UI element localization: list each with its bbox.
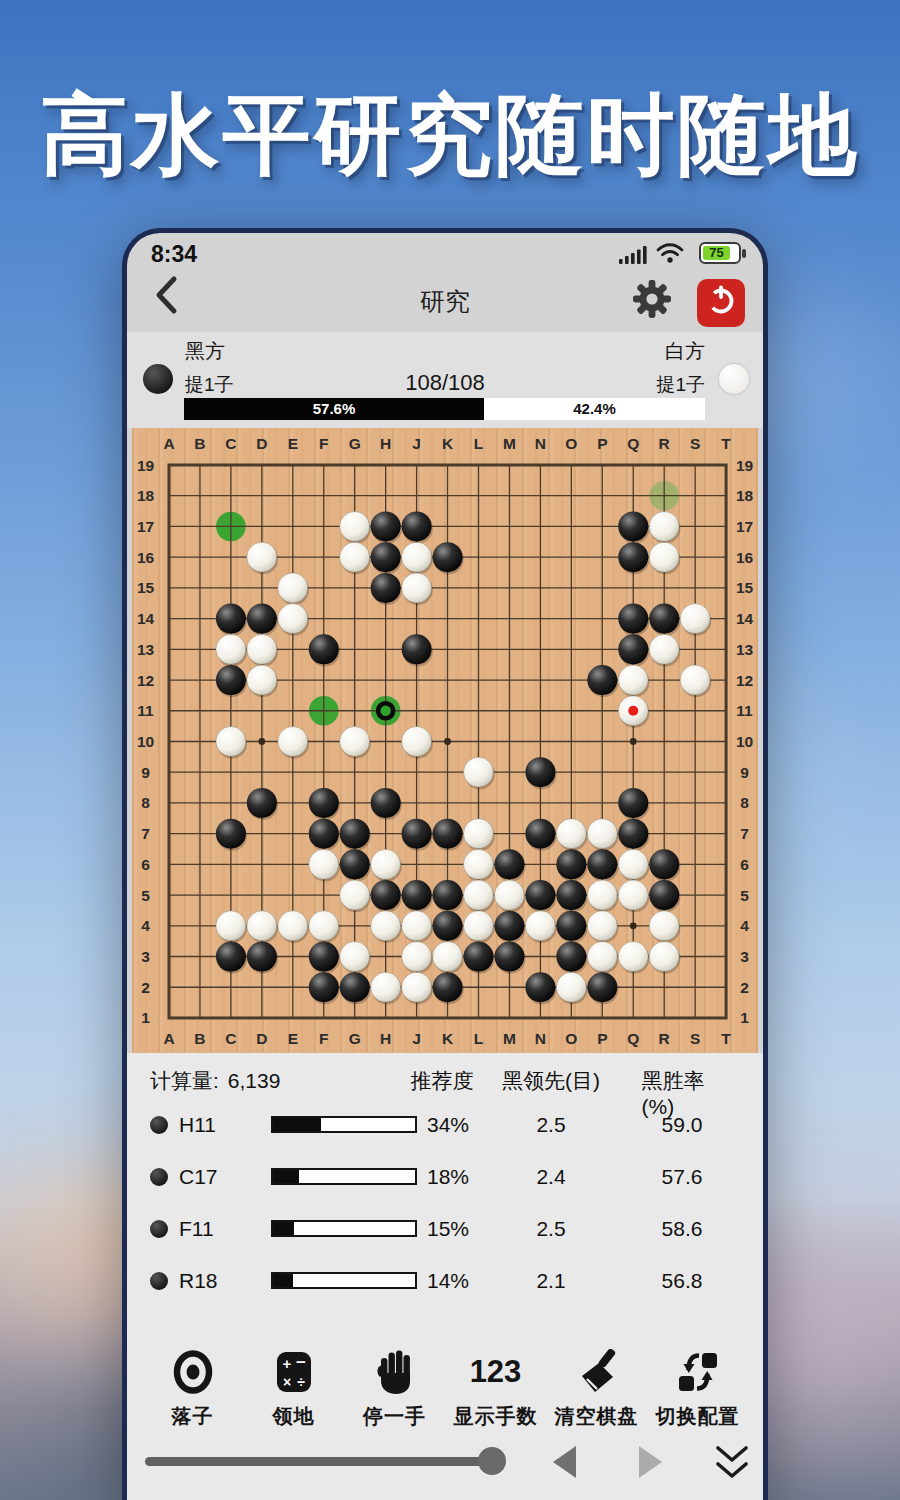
visits-value: 6,139	[228, 1069, 281, 1092]
toolbar-item-2[interactable]: +−×÷领地	[243, 1345, 344, 1430]
coord-label: F	[319, 1030, 328, 1047]
coord-label: 17	[736, 518, 753, 535]
toolbar-item-3[interactable]: 停一手	[344, 1345, 445, 1430]
white-stone-S12	[680, 665, 710, 695]
analysis-black-lead: 2.5	[536, 1113, 565, 1137]
white-stone-G5	[340, 880, 370, 910]
coord-label: 8	[740, 794, 749, 811]
black-stone-R14	[649, 604, 679, 634]
analysis-row-C17[interactable]: C1718%2.457.6	[127, 1155, 763, 1199]
white-stone-E4	[278, 911, 308, 941]
black-stone-D14	[247, 604, 277, 634]
white-stone-J4	[402, 911, 432, 941]
switch-config-icon	[647, 1345, 748, 1399]
black-stone-icon	[150, 1116, 168, 1134]
black-stone-icon	[150, 1272, 168, 1290]
go-board[interactable]: AA1919BB1818CC1717DD1616EE1515FF1414GG13…	[132, 428, 758, 1053]
analysis-move-label: C17	[179, 1165, 218, 1189]
black-stone-K7	[433, 819, 463, 849]
white-stone-Q3	[618, 942, 648, 972]
toolbar-item-4[interactable]: 123显示手数	[445, 1345, 546, 1430]
coord-label: 17	[137, 518, 154, 535]
slider-thumb[interactable]	[478, 1447, 506, 1475]
coord-label: 12	[736, 672, 753, 689]
coord-label: 7	[141, 825, 150, 842]
next-move-button[interactable]	[630, 1442, 670, 1486]
black-stone-R5	[649, 880, 679, 910]
star-point-Q10	[630, 738, 637, 745]
coord-label: O	[565, 1030, 577, 1047]
white-stone-H4	[371, 911, 401, 941]
white-stone-C10	[216, 726, 246, 756]
white-stone-K3	[433, 942, 463, 972]
coord-label: 14	[736, 610, 754, 627]
black-stone-Q17	[618, 511, 648, 541]
power-exit-button[interactable]	[697, 279, 745, 327]
white-stone-S14	[680, 604, 710, 634]
coord-label: N	[535, 1030, 546, 1047]
double-down-chevron-button[interactable]	[710, 1445, 754, 1487]
white-stone-D12	[247, 665, 277, 695]
coord-label: 5	[740, 887, 749, 904]
recommendation-bar	[271, 1116, 417, 1133]
coord-label: C	[225, 435, 236, 452]
black-stone-H8	[371, 788, 401, 818]
black-stone-K4	[433, 911, 463, 941]
move-slider[interactable]	[145, 1457, 505, 1466]
star-point-Q4	[630, 922, 637, 929]
black-stone-C3	[216, 942, 246, 972]
go-board-svg: AA1919BB1818CC1717DD1616EE1515FF1414GG13…	[132, 428, 758, 1053]
black-stone-F7	[309, 819, 339, 849]
white-stone-Q5	[618, 880, 648, 910]
black-stone-J17	[402, 511, 432, 541]
toolbar-item-5[interactable]: 清空棋盘	[546, 1345, 647, 1430]
toolbar-item-6[interactable]: 切换配置	[647, 1345, 748, 1430]
coord-label: 3	[740, 948, 749, 965]
black-stone-D3	[247, 942, 277, 972]
coord-label: 5	[141, 887, 150, 904]
coord-label: 18	[137, 487, 155, 504]
coord-label: G	[349, 1030, 361, 1047]
phone-frame: 8:34 75 研究 黑方 白方 提1子 提1子 108/108 57.6% 4…	[122, 228, 768, 1500]
coord-label: 12	[137, 672, 154, 689]
black-stone-N2	[525, 972, 555, 1002]
coord-label: H	[380, 435, 391, 452]
coord-label: O	[565, 435, 577, 452]
analysis-percent: 18%	[427, 1165, 469, 1189]
hero-title: 高水平研究随时随地	[0, 76, 900, 195]
white-stone-G16	[340, 542, 370, 572]
white-stone-Q6	[618, 849, 648, 879]
white-stone-D16	[247, 542, 277, 572]
page-title: 研究	[420, 285, 470, 318]
coord-label: 7	[740, 825, 749, 842]
white-stone-R3	[649, 942, 679, 972]
black-stone-F13	[309, 634, 339, 664]
white-captures: 提1子	[656, 372, 705, 398]
analysis-percent: 15%	[427, 1217, 469, 1241]
analysis-row-R18[interactable]: R1814%2.156.8	[127, 1259, 763, 1303]
black-stone-J13	[402, 634, 432, 664]
black-stone-icon	[150, 1168, 168, 1186]
signal-icon	[619, 245, 649, 269]
coord-label: 13	[736, 641, 754, 658]
analysis-panel: 计算量:6,139 推荐度 黑领先(目) 黑胜率(%) H1134%2.559.…	[127, 1053, 763, 1500]
white-stone-Q12	[618, 665, 648, 695]
black-stone-G6	[340, 849, 370, 879]
coord-label: Q	[627, 1030, 639, 1047]
coord-label: 4	[740, 917, 749, 934]
coord-label: D	[256, 1030, 267, 1047]
coord-label: T	[721, 1030, 731, 1047]
coord-label: B	[194, 1030, 205, 1047]
black-stone-O4	[556, 911, 586, 941]
analysis-black-winrate: 56.8	[662, 1269, 703, 1293]
coord-label: 16	[137, 549, 155, 566]
analysis-percent: 34%	[427, 1113, 469, 1137]
white-stone-E10	[278, 726, 308, 756]
recommendation-bar	[271, 1272, 417, 1289]
black-stone-Q8	[618, 788, 648, 818]
territory-calculator-icon: +−×÷	[243, 1345, 344, 1399]
wifi-icon	[655, 242, 685, 270]
black-stone-F2	[309, 972, 339, 1002]
coord-label: S	[690, 1030, 700, 1047]
coord-label: H	[380, 1030, 391, 1047]
white-stone-L6	[464, 849, 494, 879]
column-header-black-lead: 黑领先(目)	[502, 1067, 600, 1095]
star-point-K10	[444, 738, 451, 745]
white-stone-P5	[587, 880, 617, 910]
black-stone-K2	[433, 972, 463, 1002]
white-stone-E15	[278, 573, 308, 603]
white-stone-O2	[556, 972, 586, 1002]
white-stone-J10	[402, 726, 432, 756]
status-time: 8:34	[151, 241, 197, 268]
black-stone-C7	[216, 819, 246, 849]
white-stone-avatar	[719, 364, 749, 394]
analysis-row-F11[interactable]: F1115%2.558.6	[127, 1207, 763, 1251]
white-stone-R13	[649, 634, 679, 664]
coord-label: 11	[137, 702, 154, 719]
coord-label: 9	[740, 764, 749, 781]
last-move-dot-Q11	[628, 706, 638, 716]
coord-label: 1	[740, 1009, 749, 1026]
coord-label: 6	[740, 856, 749, 873]
black-stone-K5	[433, 880, 463, 910]
coord-label: 3	[141, 948, 150, 965]
white-stone-J2	[402, 972, 432, 1002]
svg-text:+: +	[282, 1355, 291, 1372]
coord-label: K	[442, 435, 454, 452]
visits-counter: 计算量:6,139	[150, 1067, 280, 1095]
coord-label: R	[659, 435, 670, 452]
coord-label: G	[349, 435, 361, 452]
coord-label: 16	[736, 549, 754, 566]
toolbar-label: 落子	[142, 1403, 243, 1430]
stone-target-icon	[142, 1345, 243, 1399]
move-counter: 108/108	[405, 370, 485, 396]
black-stone-M6	[494, 849, 524, 879]
coord-label: L	[474, 435, 483, 452]
black-stone-C14	[216, 604, 246, 634]
white-stone-P7	[587, 819, 617, 849]
coord-label: B	[194, 435, 205, 452]
white-stone-F6	[309, 849, 339, 879]
coord-label: P	[597, 1030, 607, 1047]
white-player-label: 白方	[665, 338, 705, 365]
white-stone-P4	[587, 911, 617, 941]
player-panel: 黑方 白方 提1子 提1子 108/108 57.6% 42.4%	[127, 332, 763, 428]
coord-label: 4	[141, 917, 150, 934]
black-stone-avatar	[143, 364, 173, 394]
toolbar-label: 停一手	[344, 1403, 445, 1430]
clear-board-broom-icon	[546, 1345, 647, 1399]
toolbar-label: 显示手数	[445, 1403, 546, 1430]
black-stone-P2	[587, 972, 617, 1002]
column-header-recommendation: 推荐度	[411, 1067, 474, 1095]
white-stone-G10	[340, 726, 370, 756]
black-stone-R6	[649, 849, 679, 879]
white-stone-E14	[278, 604, 308, 634]
winrate-bar: 57.6% 42.4%	[184, 398, 705, 420]
analysis-move-label: H11	[179, 1113, 216, 1137]
black-stone-Q13	[618, 634, 648, 664]
coord-label: Q	[627, 435, 639, 452]
black-stone-N9	[525, 757, 555, 787]
coord-label: 19	[137, 457, 155, 474]
promo-screenshot: { "hero": { "title": "高水平研究随时随地" }, "sta…	[0, 0, 900, 1500]
coord-label: 18	[736, 487, 754, 504]
black-stone-icon	[150, 1220, 168, 1238]
black-stone-G7	[340, 819, 370, 849]
black-stone-P12	[587, 665, 617, 695]
svg-text:−: −	[296, 1353, 306, 1372]
white-stone-J16	[402, 542, 432, 572]
coord-label: D	[256, 435, 267, 452]
analysis-move-label: F11	[179, 1217, 214, 1241]
coord-label: F	[319, 435, 328, 452]
coord-label: E	[288, 435, 298, 452]
white-stone-M5	[494, 880, 524, 910]
black-stone-L3	[464, 942, 494, 972]
coord-label: 10	[137, 733, 154, 750]
coord-label: 1	[141, 1009, 150, 1026]
coord-label: C	[225, 1030, 236, 1047]
coord-label: P	[597, 435, 607, 452]
app-screen: 8:34 75 研究 黑方 白方 提1子 提1子 108/108 57.6% 4…	[127, 233, 763, 1500]
battery-icon: 75	[699, 242, 741, 264]
analysis-row-H11[interactable]: H1134%2.559.0	[127, 1103, 763, 1147]
coord-label: S	[690, 435, 700, 452]
black-stone-F8	[309, 788, 339, 818]
black-stone-G2	[340, 972, 370, 1002]
white-stone-J15	[402, 573, 432, 603]
visits-label: 计算量:	[150, 1069, 219, 1092]
white-stone-P3	[587, 942, 617, 972]
settings-gear-button[interactable]	[632, 279, 672, 323]
white-stone-O7	[556, 819, 586, 849]
analysis-black-winrate: 58.6	[662, 1217, 703, 1241]
battery-nub	[742, 249, 746, 258]
coord-label: T	[721, 435, 731, 452]
white-winrate-segment: 42.4%	[484, 398, 705, 420]
white-stone-G3	[340, 942, 370, 972]
analysis-black-lead: 2.5	[536, 1217, 565, 1241]
coord-label: M	[503, 1030, 516, 1047]
black-stone-H15	[371, 573, 401, 603]
white-stone-R16	[649, 542, 679, 572]
black-winrate-segment: 57.6%	[184, 398, 484, 420]
pass-hand-icon	[344, 1345, 445, 1399]
black-stone-N5	[525, 880, 555, 910]
white-stone-F4	[309, 911, 339, 941]
black-stone-H5	[371, 880, 401, 910]
recommendation-bar	[271, 1220, 417, 1237]
coord-label: 11	[736, 702, 753, 719]
coord-label: 10	[736, 733, 753, 750]
black-stone-H17	[371, 511, 401, 541]
white-stone-R4	[649, 911, 679, 941]
coord-label: 2	[141, 979, 150, 996]
analysis-black-lead: 2.4	[536, 1165, 565, 1189]
power-icon	[705, 285, 737, 321]
coord-label: 15	[736, 579, 754, 596]
coord-label: 14	[137, 610, 155, 627]
coord-label: J	[412, 435, 421, 452]
black-stone-M3	[494, 942, 524, 972]
coord-label: N	[535, 435, 546, 452]
white-stone-R17	[649, 511, 679, 541]
black-stone-N7	[525, 819, 555, 849]
toolbar-label: 领地	[243, 1403, 344, 1430]
black-stone-Q7	[618, 819, 648, 849]
white-stone-D4	[247, 911, 277, 941]
black-stone-Q16	[618, 542, 648, 572]
analysis-percent: 14%	[427, 1269, 469, 1293]
coord-label: A	[163, 1030, 174, 1047]
coord-label: 9	[141, 764, 150, 781]
coord-label: 8	[141, 794, 150, 811]
coord-label: J	[412, 1030, 421, 1047]
coord-label: A	[163, 435, 174, 452]
black-stone-O6	[556, 849, 586, 879]
black-stone-O5	[556, 880, 586, 910]
white-stone-L7	[464, 819, 494, 849]
toolbar-label: 清空棋盘	[546, 1403, 647, 1430]
white-stone-H6	[371, 849, 401, 879]
black-stone-J5	[402, 880, 432, 910]
black-stone-J7	[402, 819, 432, 849]
analysis-black-lead: 2.1	[536, 1269, 565, 1293]
coord-label: L	[474, 1030, 483, 1047]
svg-text:÷: ÷	[297, 1374, 305, 1390]
coord-label: 19	[736, 457, 754, 474]
coord-label: 6	[141, 856, 150, 873]
coord-label: 2	[740, 979, 749, 996]
black-stone-H16	[371, 542, 401, 572]
white-stone-L4	[464, 911, 494, 941]
recommendation-bar	[271, 1168, 417, 1185]
coord-label: M	[503, 435, 516, 452]
white-stone-C4	[216, 911, 246, 941]
white-stone-J3	[402, 942, 432, 972]
toolbar-item-1[interactable]: 落子	[142, 1345, 243, 1430]
coord-label: 13	[137, 641, 155, 658]
black-stone-P6	[587, 849, 617, 879]
white-stone-C13	[216, 634, 246, 664]
white-stone-N4	[525, 911, 555, 941]
black-stone-C12	[216, 665, 246, 695]
coord-label: 15	[137, 579, 155, 596]
white-stone-H2	[371, 972, 401, 1002]
black-stone-Q14	[618, 604, 648, 634]
toolbar-label: 切换配置	[647, 1403, 748, 1430]
svg-text:×: ×	[282, 1374, 290, 1390]
black-stone-D8	[247, 788, 277, 818]
move-numbers-icon: 123	[445, 1345, 546, 1399]
black-stone-F3	[309, 942, 339, 972]
white-stone-L5	[464, 880, 494, 910]
battery-percent: 75	[701, 245, 732, 260]
coord-label: E	[288, 1030, 298, 1047]
analysis-move-label: R18	[179, 1269, 218, 1293]
coord-label: K	[442, 1030, 454, 1047]
white-stone-D13	[247, 634, 277, 664]
black-stone-M4	[494, 911, 524, 941]
coord-label: R	[659, 1030, 670, 1047]
analysis-black-winrate: 57.6	[662, 1165, 703, 1189]
black-stone-K16	[433, 542, 463, 572]
black-stone-O3	[556, 942, 586, 972]
white-stone-G17	[340, 511, 370, 541]
star-point-D10	[258, 738, 265, 745]
white-stone-L9	[464, 757, 494, 787]
previous-move-button[interactable]	[545, 1442, 585, 1486]
analysis-black-winrate: 59.0	[662, 1113, 703, 1137]
black-player-label: 黑方	[185, 338, 225, 365]
black-captures: 提1子	[185, 372, 234, 398]
back-button[interactable]	[153, 275, 179, 319]
